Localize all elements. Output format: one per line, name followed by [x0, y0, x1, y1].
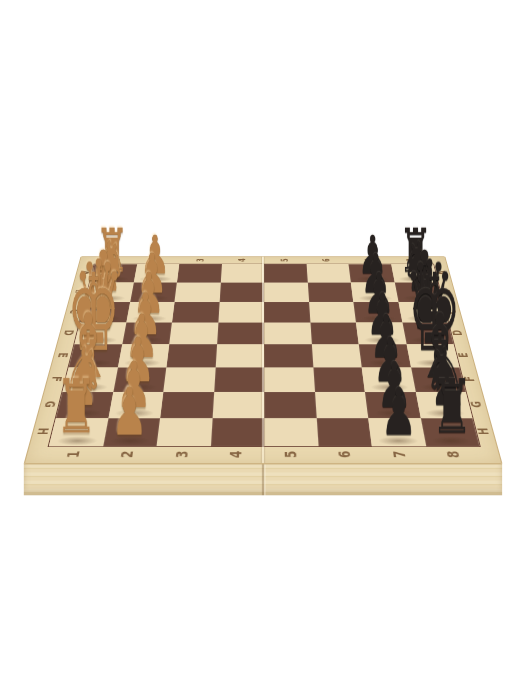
square-c4[interactable]: [218, 302, 264, 323]
square-g5[interactable]: [264, 392, 316, 418]
square-b3[interactable]: [174, 283, 220, 302]
square-e3[interactable]: [166, 344, 216, 367]
photo-background: ♜♟♟♜♞♟♟♞♝♟♟♝♛♟♟♛♚♟♟♚♝♟♟♝♞♟♟♞♜♟♟♜ 1122334…: [0, 0, 525, 700]
square-e4[interactable]: [215, 344, 264, 367]
square-e5[interactable]: [264, 344, 313, 367]
square-h1[interactable]: ♜: [49, 418, 108, 446]
square-h2[interactable]: ♟: [103, 418, 160, 446]
piece-white-pawn-h2[interactable]: ♟: [112, 379, 148, 445]
square-h4[interactable]: [210, 418, 264, 446]
board-grid: ♜♟♟♜♞♟♟♞♝♟♟♝♛♟♟♛♚♟♟♚♝♟♟♝♞♟♟♞♜♟♟♜: [48, 264, 481, 447]
board-scene: ♜♟♟♜♞♟♟♞♝♟♟♝♛♟♟♛♚♟♟♚♝♟♟♝♞♟♟♞♜♟♟♜ 1122334…: [0, 0, 525, 700]
square-d6[interactable]: [310, 323, 359, 345]
rank-label-near-4: 4: [227, 451, 246, 458]
square-h8[interactable]: ♜: [420, 418, 479, 446]
rank-label-near-2: 2: [117, 451, 136, 458]
square-e6[interactable]: [311, 344, 361, 367]
box-front-side: [24, 463, 503, 495]
square-a6[interactable]: [306, 264, 351, 282]
piece-black-rook-h8[interactable]: ♜: [432, 370, 474, 445]
square-b6[interactable]: [307, 283, 353, 302]
rank-label-far-7: 7: [362, 258, 374, 261]
square-c6[interactable]: [309, 302, 356, 323]
square-c3[interactable]: [172, 302, 219, 323]
square-h5[interactable]: [264, 418, 318, 446]
rank-label-far-3: 3: [194, 258, 206, 261]
rank-label-near-5: 5: [281, 451, 300, 458]
square-f3[interactable]: [163, 367, 215, 392]
rank-label-near-8: 8: [443, 451, 463, 458]
rank-label-far-6: 6: [320, 258, 332, 261]
square-g6[interactable]: [314, 392, 368, 418]
square-h7[interactable]: ♟: [368, 418, 425, 446]
rank-label-far-4: 4: [236, 258, 248, 261]
file-label-left-H: H: [34, 428, 51, 435]
square-d3[interactable]: [169, 323, 218, 345]
square-h3[interactable]: [157, 418, 213, 446]
square-g4[interactable]: [212, 392, 264, 418]
square-a3[interactable]: [177, 264, 222, 282]
rank-label-near-7: 7: [389, 451, 408, 458]
square-b4[interactable]: [219, 283, 264, 302]
chess-board: ♜♟♟♜♞♟♟♞♝♟♟♝♛♟♟♛♚♟♟♚♝♟♟♝♞♟♟♞♜♟♟♜ 1122334…: [24, 256, 503, 464]
rank-label-far-2: 2: [152, 258, 164, 261]
rank-label-near-1: 1: [63, 451, 83, 458]
square-b5[interactable]: [264, 283, 309, 302]
piece-white-rook-h1[interactable]: ♜: [55, 370, 97, 445]
square-d5[interactable]: [264, 323, 311, 345]
square-f6[interactable]: [313, 367, 365, 392]
square-a5[interactable]: [264, 264, 308, 282]
square-f5[interactable]: [264, 367, 314, 392]
box-front-fold-seam: [262, 464, 264, 495]
square-a4[interactable]: [220, 264, 263, 282]
square-f4[interactable]: [214, 367, 264, 392]
square-h6[interactable]: [316, 418, 372, 446]
rank-label-near-6: 6: [335, 451, 354, 458]
square-g3[interactable]: [160, 392, 214, 418]
square-c5[interactable]: [264, 302, 310, 323]
rank-label-far-5: 5: [278, 258, 290, 261]
piece-black-pawn-h7[interactable]: ♟: [380, 379, 416, 445]
rank-label-near-3: 3: [172, 451, 191, 458]
square-d4[interactable]: [217, 323, 264, 345]
